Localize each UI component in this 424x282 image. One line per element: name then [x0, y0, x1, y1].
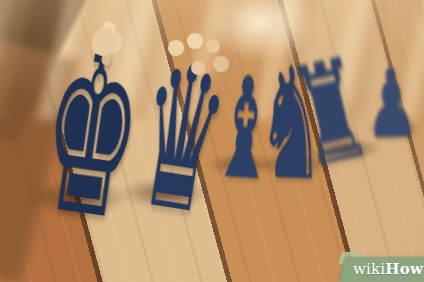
photo-chess-pieces: ♟ ♜ ♞ ♝ ♛ ♚ wikiHow	[0, 0, 424, 282]
wikihow-how-text: How	[385, 260, 423, 278]
wikihow-logo-text: wikiHow	[342, 257, 424, 282]
wikihow-wiki-text: wiki	[353, 260, 385, 278]
wikihow-ribbon: wikiHow	[339, 257, 424, 282]
chess-piece-king: ♚	[76, 73, 233, 248]
queen-crown-cream-balls	[168, 40, 184, 56]
